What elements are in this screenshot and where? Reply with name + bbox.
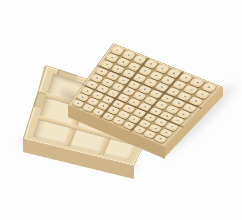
peg-digit-mark: 9 xyxy=(148,117,151,119)
peg-digit-mark: 3 xyxy=(107,115,110,117)
peg-digit-mark: 8 xyxy=(127,90,130,92)
peg-digit-mark: 2 xyxy=(133,118,136,120)
peg-digit-mark: 3 xyxy=(143,123,146,125)
peg-digit-mark: 5 xyxy=(132,84,135,86)
peg-digit-mark: 2 xyxy=(149,81,152,84)
peg-digit-mark: 7 xyxy=(105,63,108,66)
peg-digit-mark: 5 xyxy=(183,95,187,98)
peg-digit-mark: 1 xyxy=(122,114,125,116)
peg-digit-mark: 1 xyxy=(87,107,90,109)
peg-digit-mark: 3 xyxy=(111,75,114,77)
peg-digit-mark: 9 xyxy=(177,102,181,104)
peg-digit-mark: 4 xyxy=(171,91,175,94)
peg-digit-mark: 4 xyxy=(110,56,113,59)
peg-digit-mark: 1 xyxy=(188,107,192,109)
peg-digit-mark: 2 xyxy=(122,97,125,99)
peg-digit-mark: 1 xyxy=(116,49,119,52)
peg-digit-mark: 6 xyxy=(143,88,146,90)
peg-digit-mark: 4 xyxy=(154,127,157,129)
peg-digit-mark: 5 xyxy=(164,132,167,134)
peg-digit-mark: 7 xyxy=(176,120,179,122)
peg-digit-mark: 8 xyxy=(159,138,162,140)
peg-digit-mark: 7 xyxy=(184,77,188,80)
peg-digit-mark: 4 xyxy=(149,63,152,66)
peg-digit-mark: 3 xyxy=(160,86,163,89)
peg-digit-mark: 6 xyxy=(172,72,176,75)
peg-digit-mark: 8 xyxy=(155,74,158,77)
peg-digit-mark: 3 xyxy=(201,93,205,96)
peg-digit-mark: 5 xyxy=(121,61,124,64)
peg-digit-mark: 7 xyxy=(154,93,157,95)
peg-digit-mark: 8 xyxy=(116,68,119,71)
peg-digit-mark: 6 xyxy=(81,96,84,98)
peg-digit-mark: 3 xyxy=(132,101,135,103)
peg-digit-mark: 9 xyxy=(127,72,130,75)
peg-digit-mark: 1 xyxy=(159,121,162,123)
peg-digit-mark: 6 xyxy=(106,81,109,83)
peg-digit-mark: 2 xyxy=(127,54,130,57)
peg-digit-mark: 4 xyxy=(143,106,146,108)
peg-digit-mark: 5 xyxy=(154,110,157,112)
peg-digit-mark: 6 xyxy=(138,129,141,131)
product-photo: 1234567894567891237891234562345678915678… xyxy=(0,0,242,220)
peg-digit-mark: 8 xyxy=(101,105,104,107)
peg-digit-mark: 6 xyxy=(117,103,120,105)
peg-digit-mark: 3 xyxy=(86,90,89,92)
peg-digit-mark: 5 xyxy=(95,77,98,79)
peg-digit-mark: 2 xyxy=(100,70,103,72)
peg-digit-mark: 7 xyxy=(127,108,130,110)
peg-digit-mark: 9 xyxy=(166,79,170,82)
peg-digit-mark: 7 xyxy=(91,101,94,103)
peg-digit-mark: 8 xyxy=(138,112,141,114)
peg-digit-mark: 2 xyxy=(189,88,193,91)
peg-digit-mark: 8 xyxy=(165,97,168,99)
peg-digit-mark: 5 xyxy=(161,67,165,70)
peg-digit-mark: 9 xyxy=(207,86,211,89)
peg-digit-mark: 9 xyxy=(112,109,115,111)
peg-digit-mark: 1 xyxy=(138,77,141,80)
peg-digit-mark: 2 xyxy=(170,126,173,128)
peg-digit-mark: 1 xyxy=(111,92,114,94)
peg-digit-mark: 4 xyxy=(182,113,185,115)
peg-digit-mark: 9 xyxy=(138,95,141,97)
peg-digit-mark: 7 xyxy=(143,70,146,73)
peg-digit-mark: 6 xyxy=(194,100,198,103)
peg-digit-mark: 2 xyxy=(160,104,163,106)
peg-digit-mark: 1 xyxy=(177,84,181,87)
peg-digit-mark: 3 xyxy=(138,58,141,61)
peg-digit-mark: 6 xyxy=(132,65,135,68)
peg-digit-mark: 8 xyxy=(195,81,199,84)
peg-digit-mark: 5 xyxy=(106,99,109,101)
peg-digit-mark: 6 xyxy=(165,115,168,117)
peg-digit-mark: 5 xyxy=(127,124,130,126)
peg-digit-mark: 7 xyxy=(148,133,151,135)
peg-digit-mark: 9 xyxy=(77,102,80,104)
peg-digit-mark: 4 xyxy=(96,94,99,96)
peg-digit-mark: 4 xyxy=(117,120,120,122)
peg-digit-mark: 4 xyxy=(122,79,125,81)
peg-digit-mark: 7 xyxy=(116,86,119,88)
peg-digit-mark: 9 xyxy=(101,88,104,90)
peg-digit-mark: 1 xyxy=(149,99,152,101)
peg-digit-mark: 8 xyxy=(91,84,94,86)
peg-digit-mark: 2 xyxy=(97,111,100,113)
peg-digit-mark: 3 xyxy=(171,108,174,110)
